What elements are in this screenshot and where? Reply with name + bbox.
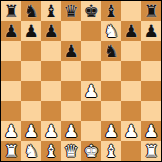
white-queen-piece[interactable]: ♛ — [63, 141, 78, 161]
square-e3[interactable] — [81, 101, 101, 121]
white-rook-piece[interactable]: ♜ — [3, 141, 18, 161]
black-rook-piece[interactable]: ♜ — [143, 1, 158, 21]
square-a7[interactable]: ♟ — [1, 21, 21, 41]
square-d6[interactable]: ♟ — [61, 41, 81, 61]
white-pawn-piece[interactable]: ♟ — [63, 121, 78, 141]
square-g5[interactable] — [121, 61, 141, 81]
square-g7[interactable]: ♟ — [121, 21, 141, 41]
square-h8[interactable]: ♜ — [141, 1, 161, 21]
black-king-piece[interactable]: ♚ — [83, 1, 98, 21]
black-pawn-piece[interactable]: ♟ — [123, 21, 138, 41]
square-h3[interactable] — [141, 101, 161, 121]
white-knight-piece[interactable]: ♞ — [103, 21, 118, 41]
square-d3[interactable] — [61, 101, 81, 121]
square-b5[interactable] — [21, 61, 41, 81]
white-pawn-piece[interactable]: ♟ — [83, 81, 98, 101]
square-b3[interactable] — [21, 101, 41, 121]
white-pawn-piece[interactable]: ♟ — [123, 121, 138, 141]
square-h4[interactable] — [141, 81, 161, 101]
square-h2[interactable]: ♟ — [141, 121, 161, 141]
square-g6[interactable] — [121, 41, 141, 61]
square-h5[interactable] — [141, 61, 161, 81]
chess-board: ♜♞♝♛♚♝♜♟♟♟♞♟♟♟♞♟♟♟♟♟♟♟♟♜♞♝♛♚♝♜ — [1, 1, 161, 161]
square-d1[interactable]: ♛ — [61, 141, 81, 161]
square-d2[interactable]: ♟ — [61, 121, 81, 141]
square-b2[interactable]: ♟ — [21, 121, 41, 141]
square-e5[interactable] — [81, 61, 101, 81]
square-b6[interactable] — [21, 41, 41, 61]
black-bishop-piece[interactable]: ♝ — [43, 1, 58, 21]
square-f5[interactable] — [101, 61, 121, 81]
white-bishop-piece[interactable]: ♝ — [43, 141, 58, 161]
square-g4[interactable] — [121, 81, 141, 101]
square-f6[interactable]: ♞ — [101, 41, 121, 61]
square-b8[interactable]: ♞ — [21, 1, 41, 21]
square-c8[interactable]: ♝ — [41, 1, 61, 21]
square-b7[interactable]: ♟ — [21, 21, 41, 41]
black-knight-piece[interactable]: ♞ — [23, 1, 38, 21]
square-c6[interactable] — [41, 41, 61, 61]
white-knight-piece[interactable]: ♞ — [23, 141, 38, 161]
square-d8[interactable]: ♛ — [61, 1, 81, 21]
square-a1[interactable]: ♜ — [1, 141, 21, 161]
square-f2[interactable]: ♟ — [101, 121, 121, 141]
square-g8[interactable] — [121, 1, 141, 21]
square-g3[interactable] — [121, 101, 141, 121]
square-c2[interactable]: ♟ — [41, 121, 61, 141]
square-d5[interactable] — [61, 61, 81, 81]
square-e7[interactable] — [81, 21, 101, 41]
white-pawn-piece[interactable]: ♟ — [43, 121, 58, 141]
square-a4[interactable] — [1, 81, 21, 101]
black-pawn-piece[interactable]: ♟ — [63, 41, 78, 61]
square-a3[interactable] — [1, 101, 21, 121]
square-a5[interactable] — [1, 61, 21, 81]
square-b1[interactable]: ♞ — [21, 141, 41, 161]
square-c4[interactable] — [41, 81, 61, 101]
square-d7[interactable] — [61, 21, 81, 41]
square-g1[interactable] — [121, 141, 141, 161]
square-c7[interactable]: ♟ — [41, 21, 61, 41]
square-a2[interactable]: ♟ — [1, 121, 21, 141]
black-pawn-piece[interactable]: ♟ — [143, 21, 158, 41]
black-knight-piece[interactable]: ♞ — [103, 41, 118, 61]
square-c3[interactable] — [41, 101, 61, 121]
black-pawn-piece[interactable]: ♟ — [23, 21, 38, 41]
square-f8[interactable]: ♝ — [101, 1, 121, 21]
square-e1[interactable]: ♚ — [81, 141, 101, 161]
chess-board-frame: ♜♞♝♛♚♝♜♟♟♟♞♟♟♟♞♟♟♟♟♟♟♟♟♜♞♝♛♚♝♜ — [0, 0, 162, 162]
white-rook-piece[interactable]: ♜ — [143, 141, 158, 161]
square-f7[interactable]: ♞ — [101, 21, 121, 41]
square-f3[interactable] — [101, 101, 121, 121]
white-pawn-piece[interactable]: ♟ — [23, 121, 38, 141]
square-e2[interactable] — [81, 121, 101, 141]
white-pawn-piece[interactable]: ♟ — [143, 121, 158, 141]
square-a6[interactable] — [1, 41, 21, 61]
square-d4[interactable] — [61, 81, 81, 101]
black-queen-piece[interactable]: ♛ — [63, 1, 78, 21]
square-c5[interactable] — [41, 61, 61, 81]
white-king-piece[interactable]: ♚ — [83, 141, 98, 161]
black-pawn-piece[interactable]: ♟ — [3, 21, 18, 41]
square-f1[interactable]: ♝ — [101, 141, 121, 161]
square-a8[interactable]: ♜ — [1, 1, 21, 21]
square-h6[interactable] — [141, 41, 161, 61]
white-pawn-piece[interactable]: ♟ — [3, 121, 18, 141]
square-g2[interactable]: ♟ — [121, 121, 141, 141]
square-e6[interactable] — [81, 41, 101, 61]
black-bishop-piece[interactable]: ♝ — [103, 1, 118, 21]
square-b4[interactable] — [21, 81, 41, 101]
square-e8[interactable]: ♚ — [81, 1, 101, 21]
square-h7[interactable]: ♟ — [141, 21, 161, 41]
black-pawn-piece[interactable]: ♟ — [43, 21, 58, 41]
white-pawn-piece[interactable]: ♟ — [103, 121, 118, 141]
square-f4[interactable] — [101, 81, 121, 101]
square-h1[interactable]: ♜ — [141, 141, 161, 161]
square-c1[interactable]: ♝ — [41, 141, 61, 161]
square-e4[interactable]: ♟ — [81, 81, 101, 101]
white-bishop-piece[interactable]: ♝ — [103, 141, 118, 161]
black-rook-piece[interactable]: ♜ — [3, 1, 18, 21]
